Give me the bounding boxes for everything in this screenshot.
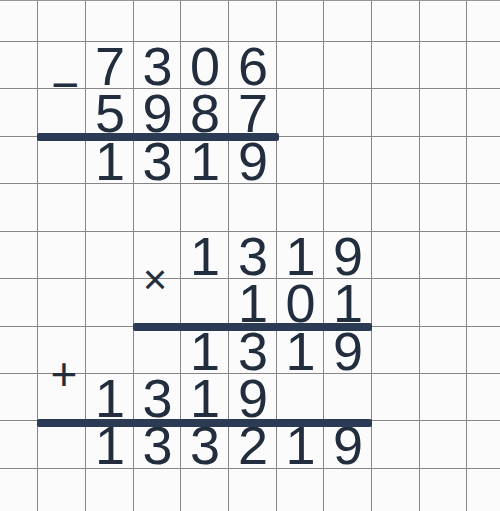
paper-cell (38, 327, 86, 374)
paper-cell (467, 184, 500, 232)
paper-cell (420, 89, 467, 137)
paper-cell (38, 279, 86, 327)
paper-cell (86, 89, 134, 137)
paper-cell (181, 421, 229, 469)
paper-cell (38, 374, 86, 421)
paper-cell (181, 374, 229, 421)
paper-cell (181, 279, 229, 327)
paper-cell (229, 42, 277, 89)
paper-cell (181, 1, 229, 42)
paper-cell (229, 137, 277, 184)
paper-cell (134, 137, 181, 184)
paper-cell (86, 1, 134, 42)
paper-cell (420, 279, 467, 327)
paper-cell (277, 374, 324, 421)
paper-cell (134, 279, 181, 327)
paper-cell (372, 184, 420, 232)
paper-cell (86, 327, 134, 374)
sum-rule (37, 419, 372, 427)
paper-cell (38, 184, 86, 232)
paper-cell (277, 184, 324, 232)
paper-cell (0, 327, 38, 374)
paper-cell (324, 1, 372, 42)
paper-cell (324, 184, 372, 232)
paper-cell (324, 279, 372, 327)
paper-cell (467, 232, 500, 279)
paper-cell (181, 232, 229, 279)
paper-cell (229, 279, 277, 327)
paper-cell (420, 421, 467, 469)
paper-cell (86, 137, 134, 184)
paper-cell (420, 469, 467, 511)
paper-cell (372, 1, 420, 42)
paper-cell (324, 232, 372, 279)
paper-cell (420, 42, 467, 89)
paper-cell (86, 42, 134, 89)
paper-cell (229, 184, 277, 232)
paper-cell (420, 327, 467, 374)
paper-cell (229, 89, 277, 137)
paper-cell (229, 374, 277, 421)
paper-cell (0, 469, 38, 511)
paper-cell (0, 184, 38, 232)
paper-cell (324, 89, 372, 137)
paper-cell (86, 421, 134, 469)
paper-cell (38, 1, 86, 42)
paper-cell (324, 137, 372, 184)
paper-cell (86, 374, 134, 421)
paper-cell (420, 184, 467, 232)
squared-paper-board: 730659871319131910113191319133219−×+ (0, 0, 500, 511)
paper-cell (467, 89, 500, 137)
paper-cell (324, 374, 372, 421)
paper-cell (38, 137, 86, 184)
paper-cell (134, 1, 181, 42)
paper-cell (372, 279, 420, 327)
paper-cell (38, 421, 86, 469)
paper-cell (134, 421, 181, 469)
paper-cell (229, 421, 277, 469)
paper-cell (134, 89, 181, 137)
paper-cell (229, 327, 277, 374)
paper-cell (324, 327, 372, 374)
paper-cell (467, 469, 500, 511)
paper-cell (181, 89, 229, 137)
paper-cell (277, 42, 324, 89)
paper-cell (420, 374, 467, 421)
paper-cell (229, 1, 277, 42)
multiplication-rule (133, 323, 372, 331)
paper-cell (181, 137, 229, 184)
paper-cell (181, 327, 229, 374)
paper-cell (467, 327, 500, 374)
paper-cell (467, 42, 500, 89)
paper-cell (324, 421, 372, 469)
paper-cell (134, 184, 181, 232)
paper-cell (229, 469, 277, 511)
paper-cell (0, 374, 38, 421)
subtraction-rule (37, 133, 279, 141)
paper-cell (372, 421, 420, 469)
paper-cell (134, 327, 181, 374)
paper-cell (86, 184, 134, 232)
paper-cell (277, 421, 324, 469)
paper-cell (277, 279, 324, 327)
paper-cell (134, 42, 181, 89)
paper-cell (0, 232, 38, 279)
paper-cell (86, 232, 134, 279)
paper-cell (420, 1, 467, 42)
paper-cell (372, 232, 420, 279)
paper-cell (134, 469, 181, 511)
paper-cell (38, 469, 86, 511)
paper-cell (420, 137, 467, 184)
paper-cell (38, 42, 86, 89)
paper-cell (134, 374, 181, 421)
paper-cell (324, 42, 372, 89)
paper-cell (0, 421, 38, 469)
paper-cell (86, 469, 134, 511)
paper-cell (467, 421, 500, 469)
paper-cell (372, 469, 420, 511)
paper-cell (372, 137, 420, 184)
paper-cell (86, 279, 134, 327)
paper-cell (277, 137, 324, 184)
paper-cell (0, 89, 38, 137)
paper-cell (0, 42, 38, 89)
paper-cell (372, 89, 420, 137)
paper-cell (134, 232, 181, 279)
paper-cell (181, 184, 229, 232)
paper-cell (277, 1, 324, 42)
paper-cell (277, 232, 324, 279)
paper-cell (372, 327, 420, 374)
paper-cell (38, 89, 86, 137)
paper-cell (277, 469, 324, 511)
paper-cell (324, 469, 372, 511)
paper-cell (467, 374, 500, 421)
paper-cell (277, 89, 324, 137)
paper-cell (0, 279, 38, 327)
paper-cell (420, 232, 467, 279)
paper-cell (467, 137, 500, 184)
paper-cell (467, 1, 500, 42)
paper-cell (0, 1, 38, 42)
paper-cell (372, 374, 420, 421)
paper-cell (181, 469, 229, 511)
paper-cell (467, 279, 500, 327)
paper-cell (372, 42, 420, 89)
paper-cell (0, 137, 38, 184)
paper-cell (181, 42, 229, 89)
paper-cell (229, 232, 277, 279)
paper-cell (38, 232, 86, 279)
paper-cell (277, 327, 324, 374)
